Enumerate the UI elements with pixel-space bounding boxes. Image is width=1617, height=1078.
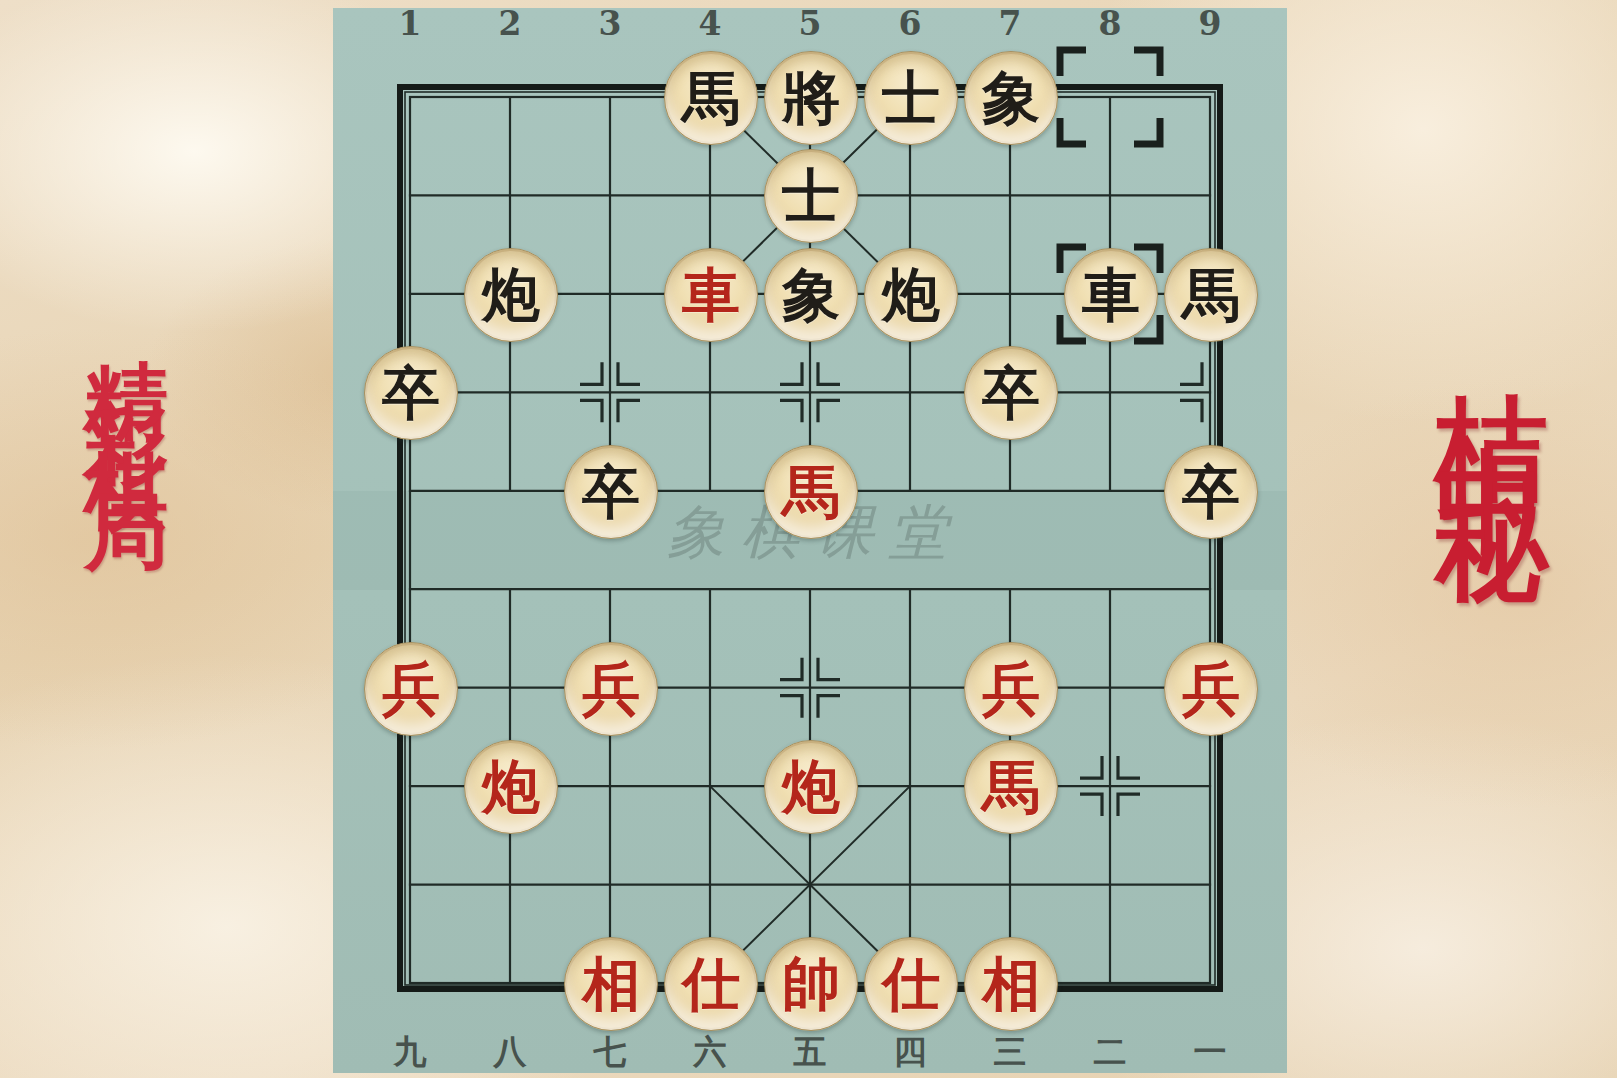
page: 精彩棋局 桔中秘 象棋课堂 123456789 九八七六五四三二一 馬將士象士炮…: [0, 0, 1617, 1078]
piece-black-將[interactable]: 將: [764, 51, 858, 145]
piece-red-炮[interactable]: 炮: [464, 740, 558, 834]
piece-black-卒[interactable]: 卒: [364, 346, 458, 440]
top-file-label: 5: [799, 4, 822, 43]
top-file-label: 2: [499, 4, 522, 43]
bottom-file-label: 一: [1194, 1030, 1227, 1075]
piece-red-仕[interactable]: 仕: [664, 937, 758, 1031]
piece-black-士[interactable]: 士: [764, 149, 858, 243]
bottom-file-label: 二: [1094, 1030, 1127, 1075]
piece-red-兵[interactable]: 兵: [964, 642, 1058, 736]
top-file-label: 9: [1199, 4, 1222, 43]
top-file-label: 6: [899, 4, 922, 43]
top-file-label: 4: [699, 4, 722, 43]
piece-red-兵[interactable]: 兵: [1164, 642, 1258, 736]
piece-black-馬[interactable]: 馬: [1164, 248, 1258, 342]
piece-red-炮[interactable]: 炮: [764, 740, 858, 834]
piece-red-仕[interactable]: 仕: [864, 937, 958, 1031]
piece-red-馬[interactable]: 馬: [764, 445, 858, 539]
top-file-label: 1: [399, 4, 422, 43]
top-file-label: 7: [999, 4, 1022, 43]
piece-black-卒[interactable]: 卒: [564, 445, 658, 539]
top-file-label: 8: [1099, 4, 1122, 43]
bottom-file-label: 八: [494, 1030, 527, 1075]
piece-red-馬[interactable]: 馬: [964, 740, 1058, 834]
piece-red-兵[interactable]: 兵: [564, 642, 658, 736]
piece-red-兵[interactable]: 兵: [364, 642, 458, 736]
bottom-file-label: 六: [694, 1030, 727, 1075]
bottom-file-label: 四: [894, 1030, 927, 1075]
piece-black-象[interactable]: 象: [764, 248, 858, 342]
bottom-file-label: 三: [994, 1030, 1027, 1075]
piece-red-帥[interactable]: 帥: [764, 937, 858, 1031]
piece-black-士[interactable]: 士: [864, 51, 958, 145]
piece-red-相[interactable]: 相: [564, 937, 658, 1031]
bottom-file-label: 七: [594, 1030, 627, 1075]
piece-black-象[interactable]: 象: [964, 51, 1058, 145]
top-file-label: 3: [599, 4, 622, 43]
piece-black-炮[interactable]: 炮: [464, 248, 558, 342]
piece-black-馬[interactable]: 馬: [664, 51, 758, 145]
piece-red-車[interactable]: 車: [664, 248, 758, 342]
bottom-file-label: 九: [394, 1030, 427, 1075]
piece-red-相[interactable]: 相: [964, 937, 1058, 1031]
title-right-calligraphy: 桔中秘: [1418, 302, 1569, 461]
piece-black-車[interactable]: 車: [1064, 248, 1158, 342]
piece-black-炮[interactable]: 炮: [864, 248, 958, 342]
title-left-calligraphy: 精彩棋局: [70, 292, 184, 472]
piece-black-卒[interactable]: 卒: [1164, 445, 1258, 539]
bottom-file-label: 五: [794, 1030, 827, 1075]
piece-black-卒[interactable]: 卒: [964, 346, 1058, 440]
